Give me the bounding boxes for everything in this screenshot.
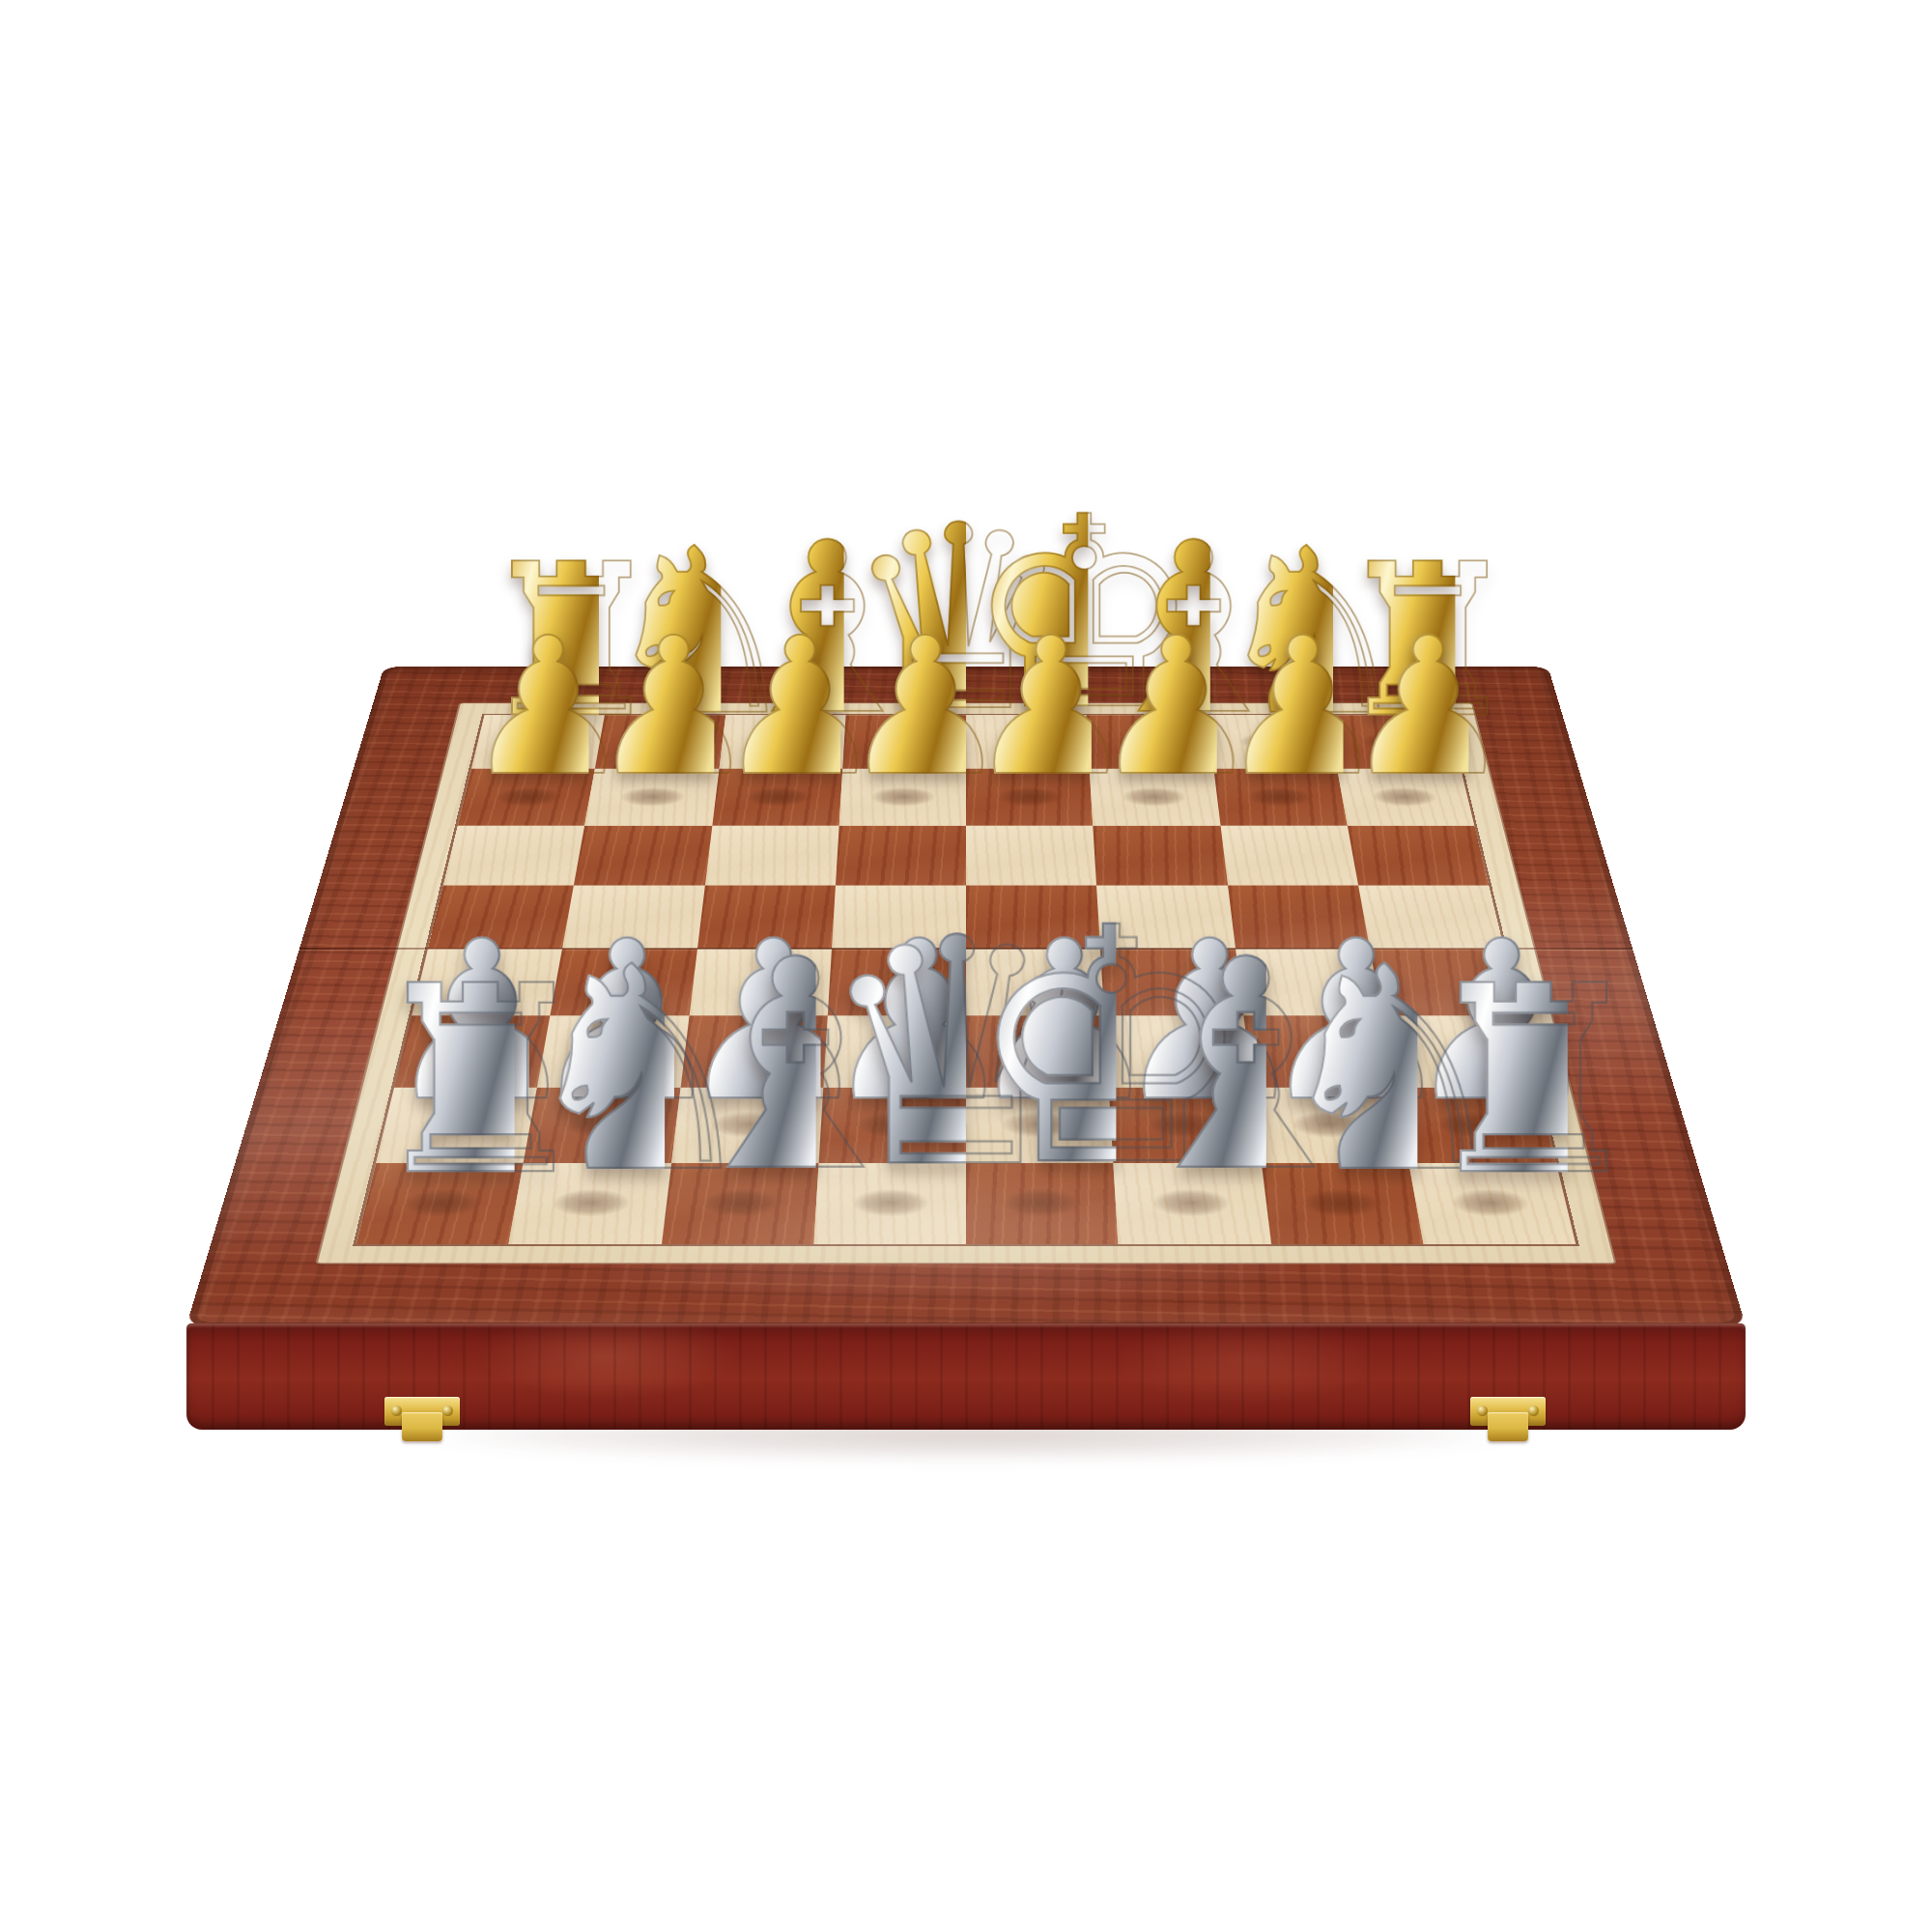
latch-tab xyxy=(1488,1412,1528,1441)
piece-gold-pawn: ♟ xyxy=(715,612,840,802)
piece-silver-rook: ♜ xyxy=(1417,952,1568,1210)
piece-silver-king: ♚ xyxy=(966,887,1117,1210)
piece-silver-knight: ♞ xyxy=(515,930,666,1211)
latch-right xyxy=(1470,1397,1546,1426)
piece-gold-pawn: ♟ xyxy=(1092,612,1217,802)
screw-icon xyxy=(1477,1406,1488,1416)
piece-silver-bishop: ♝ xyxy=(666,922,816,1211)
piece-gold-pawn: ♟ xyxy=(840,612,966,802)
screw-icon xyxy=(442,1406,453,1416)
piece-gold-pawn: ♟ xyxy=(464,612,589,802)
screw-icon xyxy=(1528,1406,1539,1416)
piece-gold-pawn: ♟ xyxy=(589,612,715,802)
chess-board-case: ♜♞♝♛♚♝♞♜♟♟♟♟♟♟♟♟♟♟♟♟♟♟♟♟♜♞♝♛♚♝♞♜ xyxy=(186,667,1747,1326)
piece-silver-rook: ♜ xyxy=(364,952,515,1210)
case-top-face: ♜♞♝♛♚♝♞♜♟♟♟♟♟♟♟♟♟♟♟♟♟♟♟♟♜♞♝♛♚♝♞♜ xyxy=(186,667,1747,1326)
piece-gold-pawn: ♟ xyxy=(966,612,1092,802)
latch-left xyxy=(384,1397,460,1426)
piece-silver-bishop: ♝ xyxy=(1117,922,1267,1211)
screw-icon xyxy=(391,1406,402,1416)
product-photo: ♜♞♝♛♚♝♞♜♟♟♟♟♟♟♟♟♟♟♟♟♟♟♟♟♜♞♝♛♚♝♞♜ xyxy=(0,0,1932,1932)
chess-board: ♜♞♝♛♚♝♞♜♟♟♟♟♟♟♟♟♟♟♟♟♟♟♟♟♜♞♝♛♚♝♞♜ xyxy=(353,714,1579,1246)
piece-gold-pawn: ♟ xyxy=(1343,612,1468,802)
case-front-face xyxy=(186,1323,1746,1430)
piece-silver-queen: ♛ xyxy=(815,897,966,1210)
piece-silver-knight: ♞ xyxy=(1266,930,1417,1211)
piece-gold-pawn: ♟ xyxy=(1217,612,1343,802)
latch-tab xyxy=(402,1412,442,1441)
